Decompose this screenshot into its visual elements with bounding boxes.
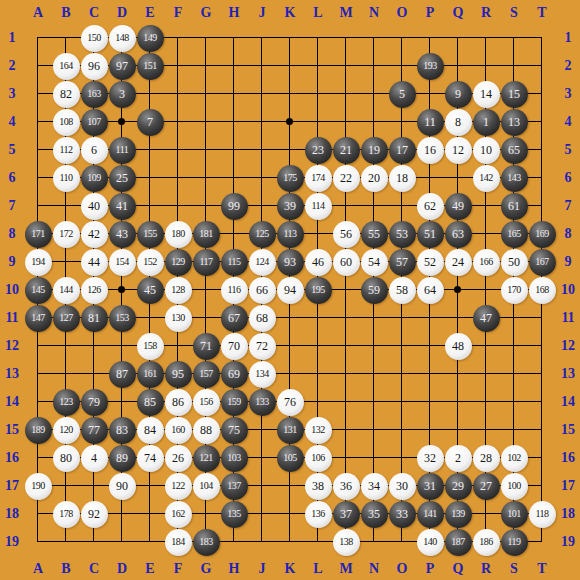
stone-black-81[interactable]: 81	[81, 305, 108, 332]
stone-white-76[interactable]: 76	[277, 389, 304, 416]
intersection-M11[interactable]	[332, 304, 360, 332]
stone-white-138[interactable]: 138	[333, 529, 360, 556]
intersection-K7[interactable]: 39	[276, 192, 304, 220]
stone-black-25[interactable]: 25	[109, 165, 136, 192]
intersection-L16[interactable]: 106	[304, 444, 332, 472]
intersection-F14[interactable]: 86	[164, 388, 192, 416]
intersection-M19[interactable]: 138	[332, 528, 360, 556]
intersection-R1[interactable]	[472, 24, 500, 52]
intersection-F18[interactable]: 162	[164, 500, 192, 528]
intersection-F6[interactable]	[164, 164, 192, 192]
stone-black-61[interactable]: 61	[501, 193, 528, 220]
intersection-A11[interactable]: 147	[24, 304, 52, 332]
intersection-P5[interactable]: 16	[416, 136, 444, 164]
intersection-B12[interactable]	[52, 332, 80, 360]
intersection-A12[interactable]	[24, 332, 52, 360]
stone-white-150[interactable]: 150	[81, 25, 108, 52]
stone-white-48[interactable]: 48	[445, 333, 472, 360]
stone-white-28[interactable]: 28	[473, 445, 500, 472]
intersection-O10[interactable]: 58	[388, 276, 416, 304]
intersection-D15[interactable]: 83	[108, 416, 136, 444]
stone-white-60[interactable]: 60	[333, 249, 360, 276]
intersection-S16[interactable]: 102	[500, 444, 528, 472]
stone-white-170[interactable]: 170	[501, 277, 528, 304]
stone-white-40[interactable]: 40	[81, 193, 108, 220]
intersection-G5[interactable]	[192, 136, 220, 164]
stone-black-127[interactable]: 127	[53, 305, 80, 332]
intersection-D11[interactable]: 153	[108, 304, 136, 332]
stone-white-12[interactable]: 12	[445, 137, 472, 164]
stone-black-33[interactable]: 33	[389, 501, 416, 528]
stone-black-59[interactable]: 59	[361, 277, 388, 304]
intersection-T8[interactable]: 169	[528, 220, 556, 248]
intersection-S12[interactable]	[500, 332, 528, 360]
stone-black-193[interactable]: 193	[417, 53, 444, 80]
intersection-C8[interactable]: 42	[80, 220, 108, 248]
stone-white-82[interactable]: 82	[53, 81, 80, 108]
intersection-Q19[interactable]: 187	[444, 528, 472, 556]
intersection-L8[interactable]	[304, 220, 332, 248]
stone-black-97[interactable]: 97	[109, 53, 136, 80]
intersection-E9[interactable]: 152	[136, 248, 164, 276]
intersection-B4[interactable]: 108	[52, 108, 80, 136]
intersection-F7[interactable]	[164, 192, 192, 220]
intersection-M5[interactable]: 21	[332, 136, 360, 164]
stone-black-107[interactable]: 107	[81, 109, 108, 136]
intersection-M10[interactable]	[332, 276, 360, 304]
stone-white-18[interactable]: 18	[389, 165, 416, 192]
stone-black-55[interactable]: 55	[361, 221, 388, 248]
intersection-B14[interactable]: 123	[52, 388, 80, 416]
intersection-H7[interactable]: 99	[220, 192, 248, 220]
stone-black-123[interactable]: 123	[53, 389, 80, 416]
intersection-Q7[interactable]: 49	[444, 192, 472, 220]
intersection-R8[interactable]	[472, 220, 500, 248]
stone-black-83[interactable]: 83	[109, 417, 136, 444]
intersection-C3[interactable]: 163	[80, 80, 108, 108]
intersection-F10[interactable]: 128	[164, 276, 192, 304]
stone-black-119[interactable]: 119	[501, 529, 528, 556]
stone-black-143[interactable]: 143	[501, 165, 528, 192]
intersection-G2[interactable]	[192, 52, 220, 80]
stone-white-8[interactable]: 8	[445, 109, 472, 136]
intersection-H6[interactable]	[220, 164, 248, 192]
intersection-P9[interactable]: 52	[416, 248, 444, 276]
intersection-Q2[interactable]	[444, 52, 472, 80]
stone-white-70[interactable]: 70	[221, 333, 248, 360]
stone-white-2[interactable]: 2	[445, 445, 472, 472]
stone-white-124[interactable]: 124	[249, 249, 276, 276]
stone-black-71[interactable]: 71	[193, 333, 220, 360]
intersection-C10[interactable]: 126	[80, 276, 108, 304]
stone-black-109[interactable]: 109	[81, 165, 108, 192]
intersection-E13[interactable]: 161	[136, 360, 164, 388]
intersection-C5[interactable]: 6	[80, 136, 108, 164]
intersection-G19[interactable]: 183	[192, 528, 220, 556]
stone-black-183[interactable]: 183	[193, 529, 220, 556]
stone-black-1[interactable]: 1	[473, 109, 500, 136]
stone-white-54[interactable]: 54	[361, 249, 388, 276]
intersection-E6[interactable]	[136, 164, 164, 192]
intersection-D12[interactable]	[108, 332, 136, 360]
stone-white-154[interactable]: 154	[109, 249, 136, 276]
intersection-J16[interactable]	[248, 444, 276, 472]
intersection-P18[interactable]: 141	[416, 500, 444, 528]
intersection-L15[interactable]: 132	[304, 416, 332, 444]
intersection-K8[interactable]: 113	[276, 220, 304, 248]
intersection-O12[interactable]	[388, 332, 416, 360]
intersection-J6[interactable]	[248, 164, 276, 192]
stone-black-103[interactable]: 103	[221, 445, 248, 472]
stone-black-175[interactable]: 175	[277, 165, 304, 192]
intersection-E14[interactable]: 85	[136, 388, 164, 416]
intersection-S8[interactable]: 165	[500, 220, 528, 248]
intersection-E4[interactable]: 7	[136, 108, 164, 136]
stone-black-95[interactable]: 95	[165, 361, 192, 388]
intersection-N3[interactable]	[360, 80, 388, 108]
intersection-N8[interactable]: 55	[360, 220, 388, 248]
stone-black-171[interactable]: 171	[25, 221, 52, 248]
intersection-N10[interactable]: 59	[360, 276, 388, 304]
intersection-K11[interactable]	[276, 304, 304, 332]
intersection-S7[interactable]: 61	[500, 192, 528, 220]
intersection-C15[interactable]: 77	[80, 416, 108, 444]
intersection-L19[interactable]	[304, 528, 332, 556]
intersection-A1[interactable]	[24, 24, 52, 52]
intersection-J1[interactable]	[248, 24, 276, 52]
intersection-N18[interactable]: 35	[360, 500, 388, 528]
stone-black-75[interactable]: 75	[221, 417, 248, 444]
intersection-Q5[interactable]: 12	[444, 136, 472, 164]
intersection-P3[interactable]	[416, 80, 444, 108]
stone-black-11[interactable]: 11	[417, 109, 444, 136]
intersection-B15[interactable]: 120	[52, 416, 80, 444]
intersection-Q13[interactable]	[444, 360, 472, 388]
stone-black-19[interactable]: 19	[361, 137, 388, 164]
stone-black-129[interactable]: 129	[165, 249, 192, 276]
intersection-P11[interactable]	[416, 304, 444, 332]
intersection-C12[interactable]	[80, 332, 108, 360]
intersection-D1[interactable]: 148	[108, 24, 136, 52]
intersection-J10[interactable]: 66	[248, 276, 276, 304]
intersection-J17[interactable]	[248, 472, 276, 500]
stone-white-86[interactable]: 86	[165, 389, 192, 416]
stone-black-51[interactable]: 51	[417, 221, 444, 248]
intersection-C9[interactable]: 44	[80, 248, 108, 276]
intersection-F2[interactable]	[164, 52, 192, 80]
intersection-C17[interactable]	[80, 472, 108, 500]
intersection-C19[interactable]	[80, 528, 108, 556]
stone-white-44[interactable]: 44	[81, 249, 108, 276]
intersection-R15[interactable]	[472, 416, 500, 444]
intersection-H11[interactable]: 67	[220, 304, 248, 332]
intersection-G9[interactable]: 117	[192, 248, 220, 276]
intersection-F13[interactable]: 95	[164, 360, 192, 388]
intersection-N19[interactable]	[360, 528, 388, 556]
intersection-N11[interactable]	[360, 304, 388, 332]
intersection-D5[interactable]: 111	[108, 136, 136, 164]
stone-white-58[interactable]: 58	[389, 277, 416, 304]
intersection-G12[interactable]: 71	[192, 332, 220, 360]
intersection-H16[interactable]: 103	[220, 444, 248, 472]
intersection-D6[interactable]: 25	[108, 164, 136, 192]
intersection-G16[interactable]: 121	[192, 444, 220, 472]
intersection-R6[interactable]: 142	[472, 164, 500, 192]
intersection-M6[interactable]: 22	[332, 164, 360, 192]
intersection-R18[interactable]	[472, 500, 500, 528]
intersection-G18[interactable]	[192, 500, 220, 528]
intersection-J19[interactable]	[248, 528, 276, 556]
intersection-N15[interactable]	[360, 416, 388, 444]
stone-white-160[interactable]: 160	[165, 417, 192, 444]
stone-white-100[interactable]: 100	[501, 473, 528, 500]
intersection-M8[interactable]: 56	[332, 220, 360, 248]
stone-white-42[interactable]: 42	[81, 221, 108, 248]
stone-black-151[interactable]: 151	[137, 53, 164, 80]
intersection-K19[interactable]	[276, 528, 304, 556]
intersection-O7[interactable]	[388, 192, 416, 220]
intersection-N9[interactable]: 54	[360, 248, 388, 276]
intersection-C14[interactable]: 79	[80, 388, 108, 416]
intersection-K2[interactable]	[276, 52, 304, 80]
stone-black-145[interactable]: 145	[25, 277, 52, 304]
stone-black-45[interactable]: 45	[137, 277, 164, 304]
intersection-Q17[interactable]: 29	[444, 472, 472, 500]
intersection-F9[interactable]: 129	[164, 248, 192, 276]
stone-white-172[interactable]: 172	[53, 221, 80, 248]
intersection-A14[interactable]	[24, 388, 52, 416]
intersection-M12[interactable]	[332, 332, 360, 360]
stone-white-136[interactable]: 136	[305, 501, 332, 528]
intersection-T15[interactable]	[528, 416, 556, 444]
intersection-S14[interactable]	[500, 388, 528, 416]
stone-white-68[interactable]: 68	[249, 305, 276, 332]
intersection-N7[interactable]	[360, 192, 388, 220]
intersection-A4[interactable]	[24, 108, 52, 136]
intersection-L9[interactable]: 46	[304, 248, 332, 276]
intersection-N6[interactable]: 20	[360, 164, 388, 192]
stone-black-93[interactable]: 93	[277, 249, 304, 276]
stone-white-126[interactable]: 126	[81, 277, 108, 304]
intersection-D16[interactable]: 89	[108, 444, 136, 472]
intersection-P2[interactable]: 193	[416, 52, 444, 80]
stone-black-139[interactable]: 139	[445, 501, 472, 528]
stone-white-144[interactable]: 144	[53, 277, 80, 304]
intersection-S13[interactable]	[500, 360, 528, 388]
intersection-L6[interactable]: 174	[304, 164, 332, 192]
stone-white-118[interactable]: 118	[529, 501, 556, 528]
stone-white-190[interactable]: 190	[25, 473, 52, 500]
intersection-D17[interactable]: 90	[108, 472, 136, 500]
intersection-O8[interactable]: 53	[388, 220, 416, 248]
stone-black-57[interactable]: 57	[389, 249, 416, 276]
stone-black-131[interactable]: 131	[277, 417, 304, 444]
intersection-C7[interactable]: 40	[80, 192, 108, 220]
stone-black-21[interactable]: 21	[333, 137, 360, 164]
intersection-J11[interactable]: 68	[248, 304, 276, 332]
intersection-L17[interactable]: 38	[304, 472, 332, 500]
intersection-B5[interactable]: 112	[52, 136, 80, 164]
intersection-M4[interactable]	[332, 108, 360, 136]
intersection-K4[interactable]	[276, 108, 304, 136]
intersection-G8[interactable]: 181	[192, 220, 220, 248]
intersection-D9[interactable]: 154	[108, 248, 136, 276]
intersection-H9[interactable]: 115	[220, 248, 248, 276]
stone-white-104[interactable]: 104	[193, 473, 220, 500]
intersection-H5[interactable]	[220, 136, 248, 164]
intersection-B9[interactable]	[52, 248, 80, 276]
stone-white-90[interactable]: 90	[109, 473, 136, 500]
stone-white-134[interactable]: 134	[249, 361, 276, 388]
intersection-E10[interactable]: 45	[136, 276, 164, 304]
intersection-H15[interactable]: 75	[220, 416, 248, 444]
stone-black-117[interactable]: 117	[193, 249, 220, 276]
intersection-T18[interactable]: 118	[528, 500, 556, 528]
intersection-A9[interactable]: 194	[24, 248, 52, 276]
intersection-H4[interactable]	[220, 108, 248, 136]
intersection-J12[interactable]: 72	[248, 332, 276, 360]
stone-white-164[interactable]: 164	[53, 53, 80, 80]
intersection-O16[interactable]	[388, 444, 416, 472]
intersection-G1[interactable]	[192, 24, 220, 52]
stone-black-161[interactable]: 161	[137, 361, 164, 388]
intersection-G4[interactable]	[192, 108, 220, 136]
intersection-M1[interactable]	[332, 24, 360, 52]
intersection-G15[interactable]: 88	[192, 416, 220, 444]
stone-white-186[interactable]: 186	[473, 529, 500, 556]
stone-black-125[interactable]: 125	[249, 221, 276, 248]
stone-white-20[interactable]: 20	[361, 165, 388, 192]
intersection-E3[interactable]	[136, 80, 164, 108]
stone-black-13[interactable]: 13	[501, 109, 528, 136]
intersection-Q1[interactable]	[444, 24, 472, 52]
intersection-C1[interactable]: 150	[80, 24, 108, 52]
intersection-E7[interactable]	[136, 192, 164, 220]
intersection-P17[interactable]: 31	[416, 472, 444, 500]
intersection-S11[interactable]	[500, 304, 528, 332]
intersection-T16[interactable]	[528, 444, 556, 472]
stone-white-108[interactable]: 108	[53, 109, 80, 136]
stone-white-10[interactable]: 10	[473, 137, 500, 164]
intersection-N5[interactable]: 19	[360, 136, 388, 164]
stone-white-174[interactable]: 174	[305, 165, 332, 192]
intersection-E5[interactable]	[136, 136, 164, 164]
stone-white-148[interactable]: 148	[109, 25, 136, 52]
intersection-O1[interactable]	[388, 24, 416, 52]
intersection-D3[interactable]: 3	[108, 80, 136, 108]
intersection-E8[interactable]: 155	[136, 220, 164, 248]
intersection-T14[interactable]	[528, 388, 556, 416]
intersection-T13[interactable]	[528, 360, 556, 388]
stone-white-74[interactable]: 74	[137, 445, 164, 472]
intersection-Q3[interactable]: 9	[444, 80, 472, 108]
intersection-M14[interactable]	[332, 388, 360, 416]
stone-black-35[interactable]: 35	[361, 501, 388, 528]
intersection-M2[interactable]	[332, 52, 360, 80]
intersection-C2[interactable]: 96	[80, 52, 108, 80]
intersection-L18[interactable]: 136	[304, 500, 332, 528]
stone-white-106[interactable]: 106	[305, 445, 332, 472]
stone-black-3[interactable]: 3	[109, 81, 136, 108]
intersection-R4[interactable]: 1	[472, 108, 500, 136]
intersection-S17[interactable]: 100	[500, 472, 528, 500]
stone-white-114[interactable]: 114	[305, 193, 332, 220]
stone-white-80[interactable]: 80	[53, 445, 80, 472]
stone-white-36[interactable]: 36	[333, 473, 360, 500]
intersection-K6[interactable]: 175	[276, 164, 304, 192]
intersection-N14[interactable]	[360, 388, 388, 416]
intersection-H10[interactable]: 116	[220, 276, 248, 304]
intersection-T9[interactable]: 167	[528, 248, 556, 276]
intersection-H13[interactable]: 69	[220, 360, 248, 388]
intersection-G6[interactable]	[192, 164, 220, 192]
intersection-K10[interactable]: 94	[276, 276, 304, 304]
intersection-B11[interactable]: 127	[52, 304, 80, 332]
intersection-Q8[interactable]: 63	[444, 220, 472, 248]
intersection-E12[interactable]: 158	[136, 332, 164, 360]
intersection-F15[interactable]: 160	[164, 416, 192, 444]
intersection-S19[interactable]: 119	[500, 528, 528, 556]
intersection-F19[interactable]: 184	[164, 528, 192, 556]
intersection-E15[interactable]: 84	[136, 416, 164, 444]
intersection-Q9[interactable]: 24	[444, 248, 472, 276]
stone-black-67[interactable]: 67	[221, 305, 248, 332]
intersection-D7[interactable]: 41	[108, 192, 136, 220]
intersection-L11[interactable]	[304, 304, 332, 332]
stone-white-184[interactable]: 184	[165, 529, 192, 556]
intersection-O5[interactable]: 17	[388, 136, 416, 164]
intersection-T4[interactable]	[528, 108, 556, 136]
intersection-J3[interactable]	[248, 80, 276, 108]
stone-white-56[interactable]: 56	[333, 221, 360, 248]
stone-black-135[interactable]: 135	[221, 501, 248, 528]
intersection-G17[interactable]: 104	[192, 472, 220, 500]
stone-black-85[interactable]: 85	[137, 389, 164, 416]
intersection-K18[interactable]	[276, 500, 304, 528]
stone-white-162[interactable]: 162	[165, 501, 192, 528]
intersection-P4[interactable]: 11	[416, 108, 444, 136]
intersection-G3[interactable]	[192, 80, 220, 108]
intersection-H17[interactable]: 137	[220, 472, 248, 500]
stone-black-137[interactable]: 137	[221, 473, 248, 500]
stone-white-62[interactable]: 62	[417, 193, 444, 220]
intersection-A10[interactable]: 145	[24, 276, 52, 304]
intersection-J13[interactable]: 134	[248, 360, 276, 388]
intersection-O2[interactable]	[388, 52, 416, 80]
intersection-B19[interactable]	[52, 528, 80, 556]
intersection-A3[interactable]	[24, 80, 52, 108]
stone-black-39[interactable]: 39	[277, 193, 304, 220]
intersection-A6[interactable]	[24, 164, 52, 192]
intersection-R7[interactable]	[472, 192, 500, 220]
stone-black-41[interactable]: 41	[109, 193, 136, 220]
stone-white-38[interactable]: 38	[305, 473, 332, 500]
stone-white-112[interactable]: 112	[53, 137, 80, 164]
stone-black-147[interactable]: 147	[25, 305, 52, 332]
intersection-O15[interactable]	[388, 416, 416, 444]
stone-white-24[interactable]: 24	[445, 249, 472, 276]
stone-black-15[interactable]: 15	[501, 81, 528, 108]
intersection-O6[interactable]: 18	[388, 164, 416, 192]
intersection-Q16[interactable]: 2	[444, 444, 472, 472]
intersection-C16[interactable]: 4	[80, 444, 108, 472]
intersection-R17[interactable]: 27	[472, 472, 500, 500]
intersection-T11[interactable]	[528, 304, 556, 332]
intersection-A17[interactable]: 190	[24, 472, 52, 500]
stone-black-37[interactable]: 37	[333, 501, 360, 528]
intersection-F17[interactable]: 122	[164, 472, 192, 500]
intersection-O4[interactable]	[388, 108, 416, 136]
